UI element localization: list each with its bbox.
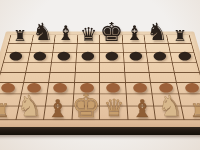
square-a7 [6,44,31,53]
square-e5 [100,62,125,72]
square-d2 [73,94,100,106]
square-d1 [72,107,100,120]
square-f7 [123,44,147,53]
square-e7 [100,44,123,53]
square-c3 [47,83,74,94]
makruk-board-photo: ♜♞♝♛♚♝♞♜●●●●●●●●●●●●●●●●♜♞♝♚♛♝♞♜ [0,0,200,150]
square-d3 [74,83,100,94]
square-a6 [4,53,30,63]
square-b1 [16,107,46,120]
square-c6 [52,53,77,63]
square-h4 [174,72,200,83]
square-g5 [148,62,174,72]
board-front-rim [0,127,200,135]
square-e2 [100,94,127,106]
square-f2 [126,94,154,106]
square-d4 [75,72,100,83]
square-d6 [76,53,100,63]
square-c7 [53,44,77,53]
square-c1 [44,107,73,120]
board-grid [0,35,200,120]
square-f1 [127,107,156,120]
square-d8 [77,35,100,44]
square-a3 [0,83,24,94]
square-h1 [181,107,200,120]
square-c8 [54,35,77,44]
square-f3 [125,83,152,94]
square-a4 [0,72,26,83]
square-h3 [176,83,200,94]
square-b6 [28,53,53,63]
square-h2 [179,94,200,106]
square-f6 [123,53,148,63]
square-f5 [124,62,149,72]
square-e1 [100,107,128,120]
square-b2 [19,94,48,106]
square-g1 [154,107,184,120]
square-h5 [172,62,199,72]
square-e8 [100,35,123,44]
square-g6 [147,53,172,63]
square-c2 [46,94,74,106]
square-b8 [32,35,56,44]
makruk-board [0,32,200,127]
square-a8 [9,35,34,44]
square-f4 [125,72,151,83]
square-h8 [167,35,192,44]
square-b3 [21,83,49,94]
square-b4 [24,72,51,83]
square-d5 [75,62,100,72]
square-e3 [100,83,126,94]
square-b5 [26,62,52,72]
square-h6 [170,53,196,63]
square-h7 [168,44,193,53]
square-b7 [30,44,55,53]
square-c5 [50,62,75,72]
square-g8 [144,35,168,44]
square-a5 [1,62,28,72]
square-g3 [151,83,179,94]
square-e6 [100,53,124,63]
square-g7 [146,44,171,53]
square-f8 [122,35,145,44]
square-d7 [77,44,100,53]
square-c4 [49,72,75,83]
square-g4 [150,72,177,83]
square-g2 [153,94,182,106]
square-e4 [100,72,125,83]
